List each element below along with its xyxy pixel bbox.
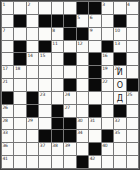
cell-r11-c7[interactable]: 34	[77, 130, 88, 142]
cell-r8-c10[interactable]: Д	[114, 92, 125, 104]
cell-r10-c10[interactable]: 32	[114, 118, 125, 130]
cell-r9-c1[interactable]: 26	[2, 105, 13, 117]
cell-r12-c3[interactable]	[27, 143, 38, 155]
clue-number: 9	[90, 28, 93, 33]
block-cell-r4-c9	[102, 41, 113, 53]
cell-r7-c9[interactable]: 22	[102, 79, 113, 91]
block-cell-r5-c2	[14, 53, 25, 65]
cell-r13-c5[interactable]	[52, 156, 63, 168]
cell-r11-c1[interactable]: 33	[2, 130, 13, 142]
cell-r3-c10[interactable]: 10	[114, 28, 125, 40]
cell-r6-c6[interactable]	[64, 66, 75, 78]
clue-number: 21	[3, 79, 8, 84]
clue-number: 41	[3, 156, 8, 161]
cell-r5-c5[interactable]	[52, 53, 63, 65]
cell-r13-c11[interactable]	[127, 156, 138, 168]
cell-r7-c3[interactable]	[27, 79, 38, 91]
cell-r8-c8[interactable]	[89, 92, 100, 104]
cell-r7-c10[interactable]: О	[114, 79, 125, 91]
cell-r6-c7[interactable]	[77, 66, 88, 78]
clue-number: 38	[52, 143, 57, 148]
cell-r4-c5[interactable]: 11	[52, 41, 63, 53]
block-cell-r6-c8	[89, 66, 100, 78]
block-cell-r2-c10	[114, 15, 125, 27]
cell-r2-c3[interactable]	[27, 15, 38, 27]
block-cell-r5-c8	[89, 53, 100, 65]
block-cell-r9-c8	[89, 105, 100, 117]
block-cell-r7-c6	[64, 79, 75, 91]
cell-r2-c11[interactable]	[127, 15, 138, 27]
cell-r13-c3[interactable]	[27, 156, 38, 168]
cell-r7-c7[interactable]	[77, 79, 88, 91]
cell-r8-c6[interactable]: 24	[64, 92, 75, 104]
clue-number: 18	[15, 66, 20, 71]
clue-number: 7	[3, 28, 6, 33]
clue-number: 35	[115, 130, 120, 135]
cell-r9-c9[interactable]	[102, 105, 113, 117]
cell-r3-c5[interactable]: 8	[52, 28, 63, 40]
block-cell-r5-c6	[64, 53, 75, 65]
cell-r12-c5[interactable]: 38	[52, 143, 63, 155]
cell-r5-c9[interactable]: 16	[102, 53, 113, 65]
cell-r4-c1[interactable]	[2, 41, 13, 53]
clue-number: 4	[127, 2, 130, 7]
cell-r9-c11[interactable]	[127, 105, 138, 117]
block-cell-r4-c2	[14, 41, 25, 53]
cell-r2-c8[interactable]: 6	[89, 15, 100, 27]
cell-r2-c1[interactable]	[2, 15, 13, 27]
clue-number: 5	[77, 15, 80, 20]
block-cell-r2-c5	[52, 15, 63, 27]
cell-r4-c8[interactable]	[89, 41, 100, 53]
crossword-board: 1234567891011121314151617181920И2122О232…	[0, 0, 140, 170]
cell-r9-c6[interactable]: 27	[64, 105, 75, 117]
filled-letter: О	[114, 79, 125, 91]
cell-r9-c2[interactable]	[14, 105, 25, 117]
cell-r1-c2[interactable]	[14, 2, 25, 14]
clue-number: 1	[3, 2, 6, 7]
cell-r10-c2[interactable]	[14, 118, 25, 130]
clue-number: 30	[77, 118, 82, 123]
block-cell-r4-c4	[39, 41, 50, 53]
cell-r6-c5[interactable]	[52, 66, 63, 78]
cell-r13-c2[interactable]	[14, 156, 25, 168]
block-cell-r3-c7	[77, 28, 88, 40]
block-cell-r10-c5	[52, 118, 63, 130]
cell-r5-c4[interactable]: 15	[39, 53, 50, 65]
clue-number: 42	[90, 156, 95, 161]
cell-r12-c10[interactable]	[114, 143, 125, 155]
clue-number: 15	[40, 53, 45, 58]
cell-r11-c8[interactable]	[89, 130, 100, 142]
cell-r3-c2[interactable]	[14, 28, 25, 40]
cell-r3-c8[interactable]: 9	[89, 28, 100, 40]
clue-number: 23	[40, 92, 45, 97]
cell-r4-c11[interactable]	[127, 41, 138, 53]
cell-r1-c3[interactable]: 2	[27, 2, 38, 14]
cell-r5-c3[interactable]: 14	[27, 53, 38, 65]
clue-number: 22	[102, 79, 107, 84]
block-cell-r9-c10	[114, 105, 125, 117]
cell-r1-c11[interactable]: 4	[127, 2, 138, 14]
cell-r13-c6[interactable]	[64, 156, 75, 168]
cell-r4-c7[interactable]: 12	[77, 41, 88, 53]
cell-r12-c2[interactable]	[14, 143, 25, 155]
clue-number: 26	[3, 105, 8, 110]
cell-r1-c9[interactable]: 3	[102, 2, 113, 14]
cell-r5-c1[interactable]	[2, 53, 13, 65]
cell-r12-c7[interactable]	[77, 143, 88, 155]
cell-r13-c10[interactable]	[114, 156, 125, 168]
block-cell-r11-c9	[102, 130, 113, 142]
block-cell-r5-c10	[114, 53, 125, 65]
cell-r13-c4[interactable]	[39, 156, 50, 168]
clue-number: 25	[127, 92, 132, 97]
clue-number: 36	[3, 143, 8, 148]
cell-r3-c11[interactable]	[127, 28, 138, 40]
clue-number: 31	[90, 118, 95, 123]
clue-number: 8	[52, 28, 55, 33]
cell-r8-c4[interactable]: 23	[39, 92, 50, 104]
cell-r6-c4[interactable]	[39, 66, 50, 78]
cell-r8-c5[interactable]	[52, 92, 63, 104]
block-cell-r3-c6	[64, 28, 75, 40]
clue-number: 10	[115, 28, 120, 33]
block-cell-r9-c3	[27, 105, 38, 117]
cell-r3-c1[interactable]: 7	[2, 28, 13, 40]
cell-r10-c3[interactable]: 29	[27, 118, 38, 130]
cell-r1-c4[interactable]	[39, 2, 50, 14]
cell-r1-c6[interactable]	[64, 2, 75, 14]
block-cell-r1-c8	[89, 2, 100, 14]
cell-r7-c5[interactable]	[52, 79, 63, 91]
clue-number: 33	[3, 130, 8, 135]
cell-r11-c10[interactable]: 35	[114, 130, 125, 142]
clue-number: 2	[27, 2, 30, 7]
cell-r6-c9[interactable]: 19	[102, 66, 113, 78]
block-cell-r11-c6	[64, 130, 75, 142]
clue-number: 17	[3, 66, 8, 71]
cell-r12-c9[interactable]: 40	[102, 143, 113, 155]
cell-r2-c7[interactable]: 5	[77, 15, 88, 27]
clue-number: 28	[3, 118, 8, 123]
block-cell-r10-c6	[64, 118, 75, 130]
block-cell-r8-c3	[27, 92, 38, 104]
clue-number: 40	[102, 143, 107, 148]
block-cell-r11-c5	[52, 130, 63, 142]
cell-r12-c6[interactable]: 39	[64, 143, 75, 155]
clue-number: 27	[65, 105, 70, 110]
cell-r12-c11[interactable]	[127, 143, 138, 155]
clue-number: 29	[27, 118, 32, 123]
clue-number: 32	[115, 118, 120, 123]
clue-number: 19	[102, 66, 107, 71]
cell-r1-c1[interactable]: 1	[2, 2, 13, 14]
block-cell-r11-c4	[39, 130, 50, 142]
cell-r11-c11[interactable]	[127, 130, 138, 142]
cell-r2-c9[interactable]	[102, 15, 113, 27]
cell-r12-c1[interactable]: 36	[2, 143, 13, 155]
clue-number: 11	[52, 41, 57, 46]
clue-number: 13	[115, 41, 120, 46]
cell-r1-c5[interactable]	[52, 2, 63, 14]
block-cell-r13-c7	[77, 156, 88, 168]
clue-number: 16	[102, 53, 107, 58]
cell-r10-c11[interactable]	[127, 118, 138, 130]
block-cell-r7-c11	[127, 79, 138, 91]
cell-r6-c2[interactable]: 18	[14, 66, 25, 78]
cell-r4-c3[interactable]	[27, 41, 38, 53]
cell-r8-c7[interactable]	[77, 92, 88, 104]
cell-r7-c2[interactable]	[14, 79, 25, 91]
cell-r10-c7[interactable]: 30	[77, 118, 88, 130]
clue-number: 14	[27, 53, 32, 58]
block-cell-r2-c4	[39, 15, 50, 27]
block-cell-r1-c7	[77, 2, 88, 14]
cell-r10-c9[interactable]	[102, 118, 113, 130]
clue-number: 24	[65, 92, 70, 97]
clue-number: 34	[77, 130, 82, 135]
cell-r6-c11[interactable]	[127, 66, 138, 78]
cell-r12-c4[interactable]: 37	[39, 143, 50, 155]
cell-r10-c8[interactable]: 31	[89, 118, 100, 130]
cell-r10-c4[interactable]	[39, 118, 50, 130]
cell-r13-c9[interactable]	[102, 156, 113, 168]
cell-r8-c11[interactable]: 25	[127, 92, 138, 104]
block-cell-r9-c5	[52, 105, 63, 117]
cell-r8-c2[interactable]	[14, 92, 25, 104]
filled-letter: И	[114, 66, 125, 78]
cell-r9-c7[interactable]	[77, 105, 88, 117]
block-cell-r8-c1	[2, 92, 13, 104]
cell-r4-c6[interactable]	[64, 41, 75, 53]
block-cell-r2-c6	[64, 15, 75, 27]
cell-r11-c3[interactable]	[27, 130, 38, 142]
cell-r7-c4[interactable]	[39, 79, 50, 91]
clue-number: 6	[90, 15, 93, 20]
cell-r7-c1[interactable]: 21	[2, 79, 13, 91]
cell-r6-c1[interactable]: 17	[2, 66, 13, 78]
block-cell-r7-c8	[89, 79, 100, 91]
cell-r6-c10[interactable]: 20И	[114, 66, 125, 78]
clue-number: 39	[65, 143, 70, 148]
cell-r9-c4[interactable]	[39, 105, 50, 117]
cell-r6-c3[interactable]	[27, 66, 38, 78]
block-cell-r2-c2	[14, 15, 25, 27]
cell-r3-c9[interactable]	[102, 28, 113, 40]
cell-r4-c10[interactable]: 13	[114, 41, 125, 53]
clue-number: 37	[40, 143, 45, 148]
cell-r10-c1[interactable]: 28	[2, 118, 13, 130]
cell-r3-c4[interactable]	[39, 28, 50, 40]
cell-r5-c7[interactable]	[77, 53, 88, 65]
cell-r13-c8[interactable]: 42	[89, 156, 100, 168]
cell-r1-c10[interactable]	[114, 2, 125, 14]
filled-letter: Д	[114, 92, 125, 104]
clue-number: 3	[102, 2, 105, 7]
cell-r8-c9[interactable]	[102, 92, 113, 104]
clue-number: 12	[77, 41, 82, 46]
cell-r13-c1[interactable]: 41	[2, 156, 13, 168]
cell-r3-c3[interactable]	[27, 28, 38, 40]
block-cell-r12-c8	[89, 143, 100, 155]
cell-r11-c2[interactable]	[14, 130, 25, 142]
cell-r5-c11[interactable]	[127, 53, 138, 65]
